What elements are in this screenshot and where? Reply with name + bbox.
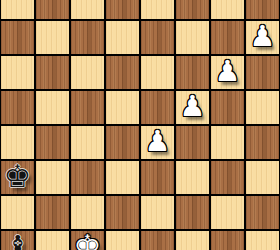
square-f6[interactable] <box>175 55 210 90</box>
square-g3[interactable] <box>210 160 245 195</box>
square-e2[interactable] <box>140 195 175 230</box>
square-f4[interactable] <box>175 125 210 160</box>
square-b7[interactable] <box>35 20 70 55</box>
square-d6[interactable] <box>105 55 140 90</box>
square-d2[interactable] <box>105 195 140 230</box>
square-h7[interactable]: ♟ <box>245 20 280 55</box>
square-b3[interactable] <box>35 160 70 195</box>
square-c2[interactable] <box>70 195 105 230</box>
square-h3[interactable] <box>245 160 280 195</box>
piece-white-pawn-e4[interactable]: ♟ <box>145 127 171 156</box>
square-f3[interactable] <box>175 160 210 195</box>
square-e4[interactable]: ♟ <box>140 125 175 160</box>
square-g8[interactable] <box>210 0 245 20</box>
square-c4[interactable] <box>70 125 105 160</box>
square-h4[interactable] <box>245 125 280 160</box>
square-b1[interactable] <box>35 230 70 250</box>
square-e6[interactable] <box>140 55 175 90</box>
square-f7[interactable] <box>175 20 210 55</box>
piece-white-pawn-h7[interactable]: ♟ <box>250 22 276 51</box>
square-c1[interactable]: ♚ <box>70 230 105 250</box>
square-g4[interactable] <box>210 125 245 160</box>
square-e3[interactable] <box>140 160 175 195</box>
square-g2[interactable] <box>210 195 245 230</box>
square-h8[interactable] <box>245 0 280 20</box>
piece-black-bishop-a1[interactable]: ♝ <box>5 232 31 250</box>
piece-white-king-c1[interactable]: ♚ <box>74 231 102 250</box>
square-b2[interactable] <box>35 195 70 230</box>
square-a4[interactable] <box>0 125 35 160</box>
square-b4[interactable] <box>35 125 70 160</box>
square-f5[interactable]: ♟ <box>175 90 210 125</box>
square-d7[interactable] <box>105 20 140 55</box>
square-a7[interactable] <box>0 20 35 55</box>
square-a6[interactable] <box>0 55 35 90</box>
square-a5[interactable] <box>0 90 35 125</box>
piece-white-pawn-f5[interactable]: ♟ <box>180 92 206 121</box>
square-d1[interactable] <box>105 230 140 250</box>
square-g7[interactable] <box>210 20 245 55</box>
square-e8[interactable] <box>140 0 175 20</box>
square-d4[interactable] <box>105 125 140 160</box>
square-g6[interactable]: ♟ <box>210 55 245 90</box>
square-h6[interactable] <box>245 55 280 90</box>
square-b5[interactable] <box>35 90 70 125</box>
square-e7[interactable] <box>140 20 175 55</box>
square-e5[interactable] <box>140 90 175 125</box>
square-d3[interactable] <box>105 160 140 195</box>
square-h1[interactable] <box>245 230 280 250</box>
square-b6[interactable] <box>35 55 70 90</box>
piece-black-king-a3[interactable]: ♚ <box>4 161 32 192</box>
square-g1[interactable] <box>210 230 245 250</box>
square-h5[interactable] <box>245 90 280 125</box>
square-c8[interactable] <box>70 0 105 20</box>
square-g5[interactable] <box>210 90 245 125</box>
square-f8[interactable] <box>175 0 210 20</box>
square-d8[interactable] <box>105 0 140 20</box>
square-b8[interactable] <box>35 0 70 20</box>
chess-board: ♟♟♟♟♚♝♚ <box>0 0 280 250</box>
piece-white-pawn-g6[interactable]: ♟ <box>215 57 241 86</box>
square-c5[interactable] <box>70 90 105 125</box>
square-a3[interactable]: ♚ <box>0 160 35 195</box>
square-f2[interactable] <box>175 195 210 230</box>
square-d5[interactable] <box>105 90 140 125</box>
square-a1[interactable]: ♝ <box>0 230 35 250</box>
square-e1[interactable] <box>140 230 175 250</box>
chess-board-viewport: ♟♟♟♟♚♝♚ <box>0 0 280 250</box>
square-c3[interactable] <box>70 160 105 195</box>
square-a8[interactable] <box>0 0 35 20</box>
square-f1[interactable] <box>175 230 210 250</box>
square-c7[interactable] <box>70 20 105 55</box>
square-h2[interactable] <box>245 195 280 230</box>
square-a2[interactable] <box>0 195 35 230</box>
square-c6[interactable] <box>70 55 105 90</box>
